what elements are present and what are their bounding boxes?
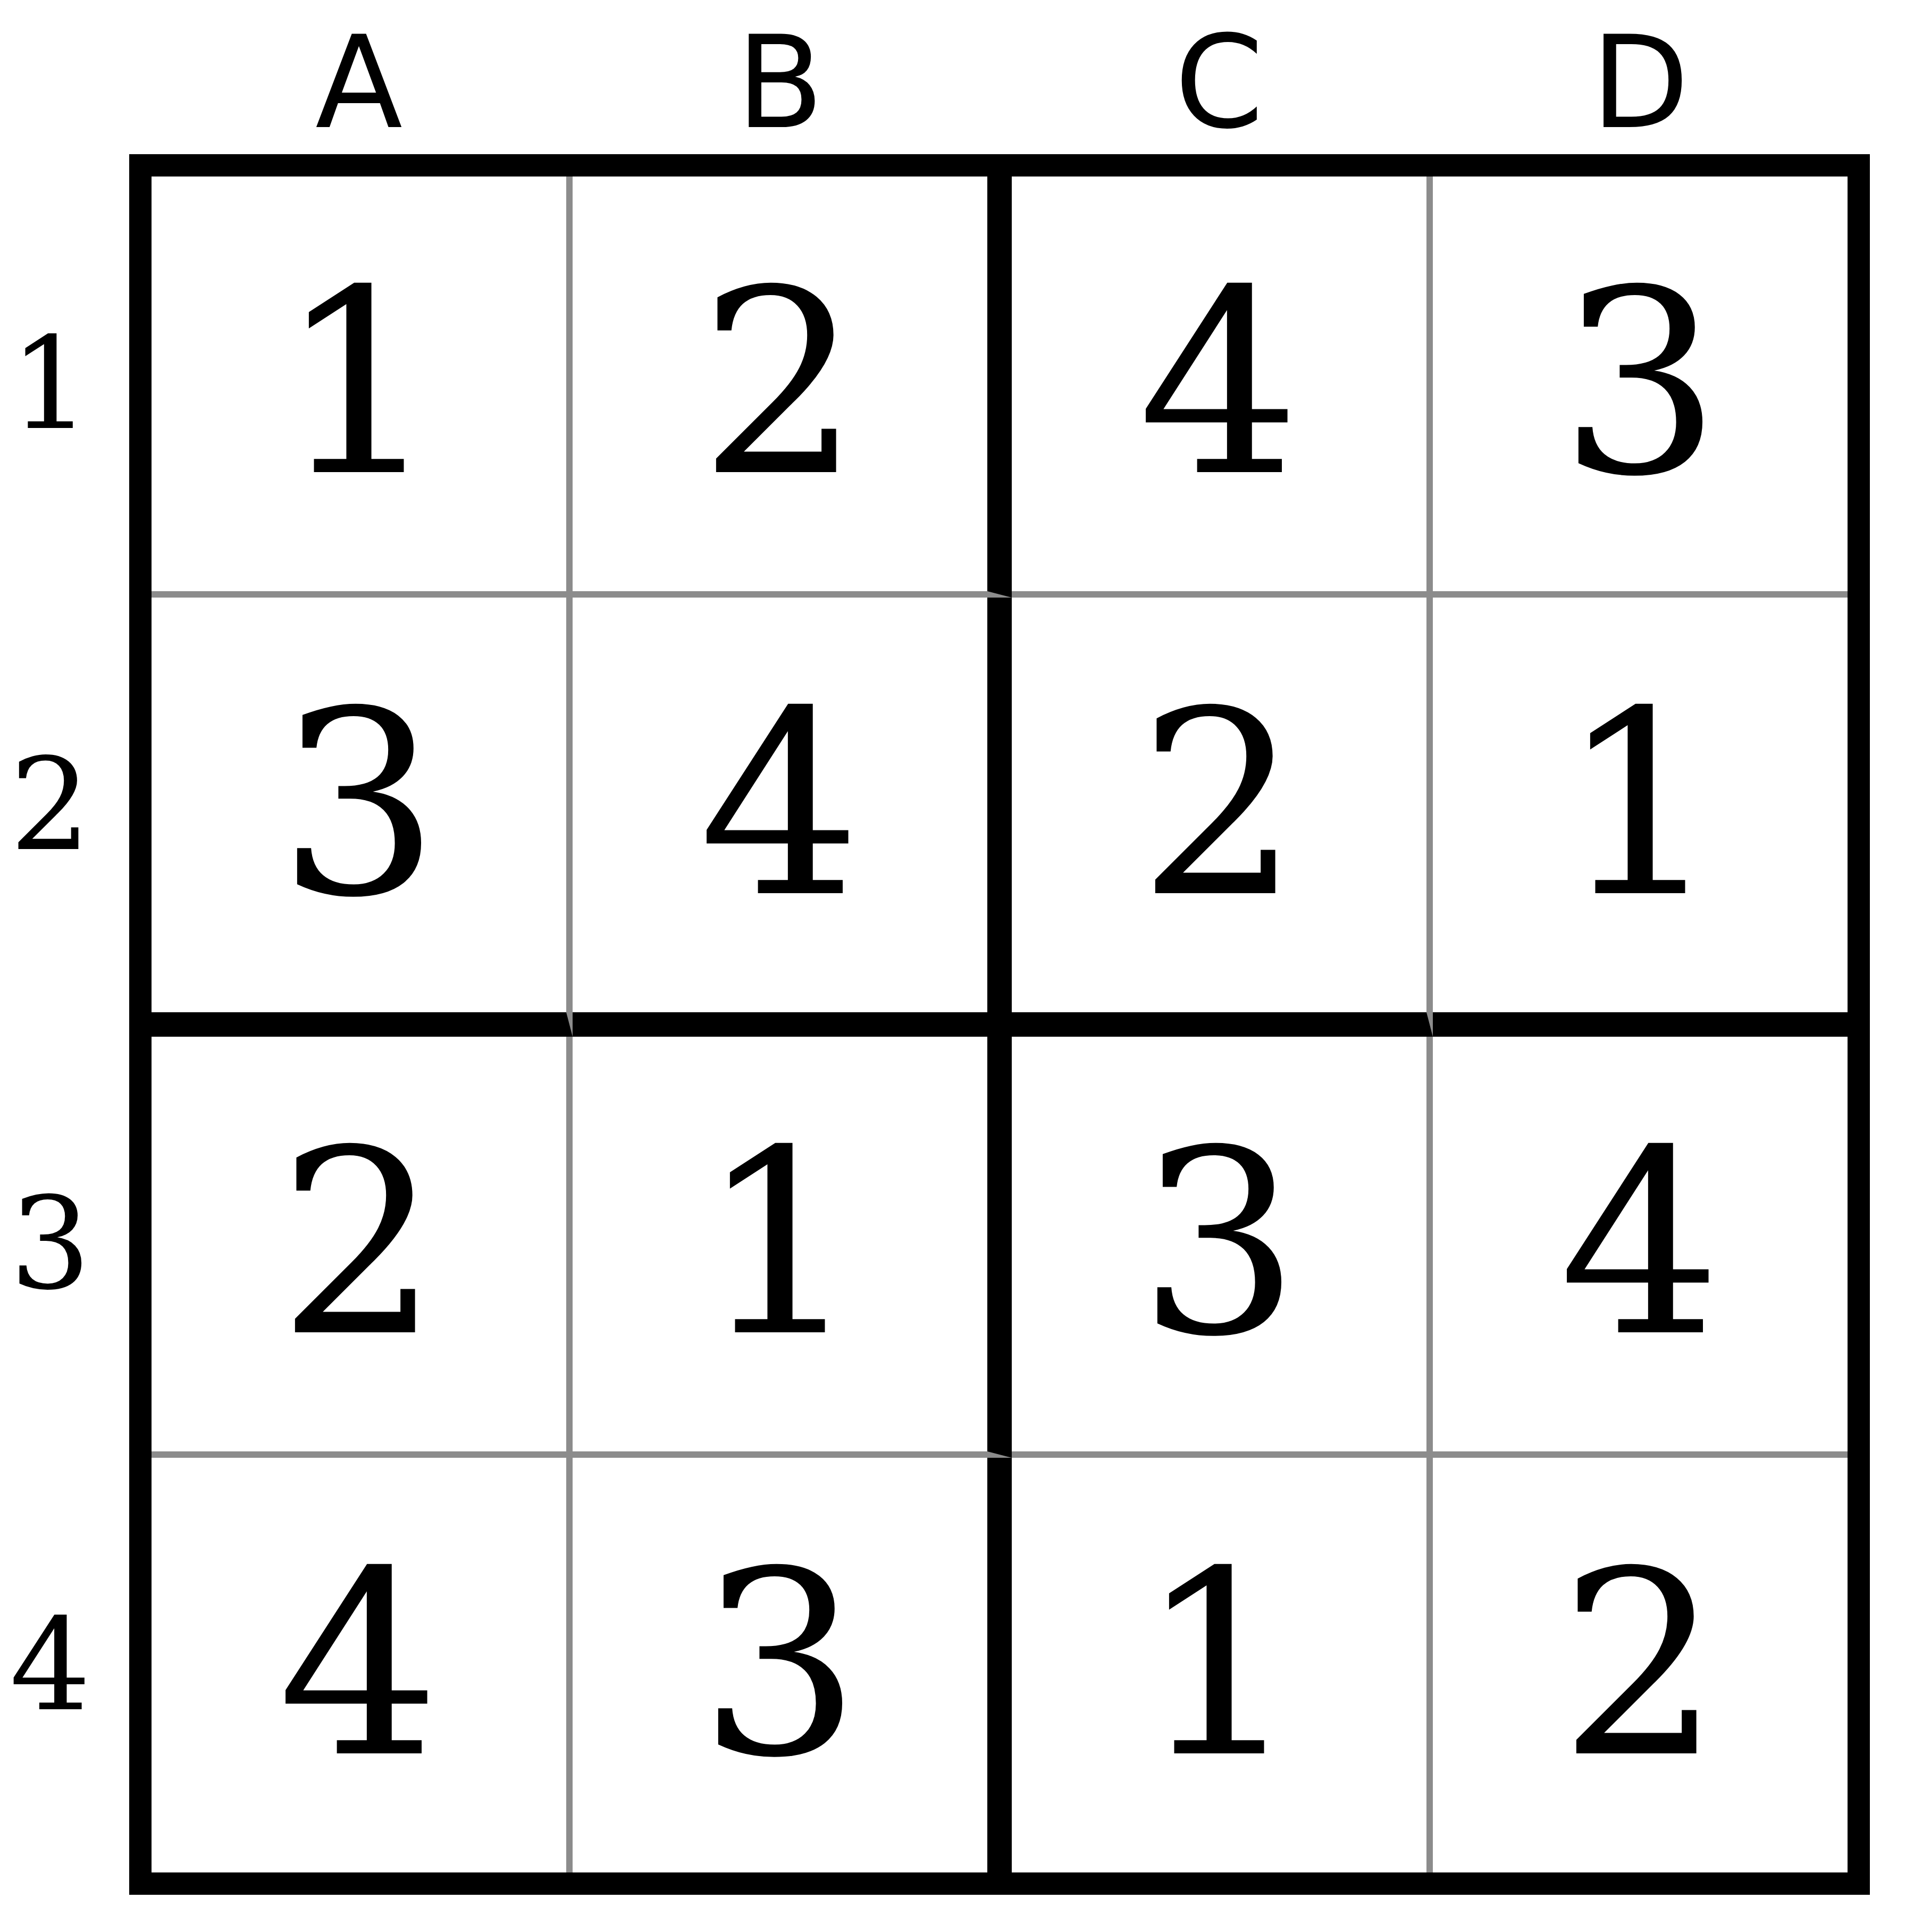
col-label-A: A — [152, 19, 566, 154]
cell-A4[interactable]: 4 — [152, 1458, 573, 1872]
cell-B1[interactable]: 2 — [573, 177, 1012, 598]
cell-D1[interactable]: 3 — [1433, 177, 1848, 598]
cell-C4[interactable]: 1 — [1012, 1458, 1433, 1872]
col-label-D: D — [1433, 19, 1848, 154]
cell-B2[interactable]: 4 — [573, 598, 1012, 1037]
sudoku-diagram-page: A B C D 1 2 3 4 1 2 4 3 3 4 2 1 2 1 3 4 … — [0, 0, 1914, 1932]
sudoku-board: 1 2 4 3 3 4 2 1 2 1 3 4 4 3 1 2 — [129, 154, 1870, 1895]
cell-C3[interactable]: 3 — [1012, 1037, 1433, 1458]
column-labels: A B C D — [152, 0, 1848, 154]
cell-D4[interactable]: 2 — [1433, 1458, 1848, 1872]
cell-C2[interactable]: 2 — [1012, 598, 1433, 1037]
cell-C1[interactable]: 4 — [1012, 177, 1433, 598]
row-label-4: 4 — [10, 1601, 129, 1729]
cell-D2[interactable]: 1 — [1433, 598, 1848, 1037]
cell-B4[interactable]: 3 — [573, 1458, 1012, 1872]
row-label-1: 1 — [10, 320, 129, 448]
cell-A2[interactable]: 3 — [152, 598, 573, 1037]
cell-A1[interactable]: 1 — [152, 177, 573, 598]
cell-A3[interactable]: 2 — [152, 1037, 573, 1458]
col-label-B: B — [573, 19, 987, 154]
row-label-2: 2 — [10, 741, 129, 869]
cell-B3[interactable]: 1 — [573, 1037, 1012, 1458]
cell-D3[interactable]: 4 — [1433, 1037, 1848, 1458]
col-label-C: C — [1012, 19, 1426, 154]
row-labels: 1 2 3 4 — [0, 177, 129, 1872]
row-label-3: 3 — [10, 1180, 129, 1308]
